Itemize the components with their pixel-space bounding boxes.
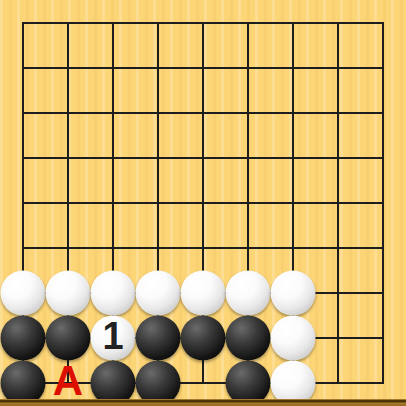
white-stone bbox=[46, 271, 91, 316]
black-stone bbox=[181, 316, 226, 361]
black-stone bbox=[46, 316, 91, 361]
black-stone bbox=[226, 316, 271, 361]
black-stone bbox=[136, 316, 181, 361]
grid-vline bbox=[337, 22, 339, 384]
grid-hline bbox=[22, 247, 384, 249]
white-stone bbox=[136, 271, 181, 316]
go-board-diagram: 1A bbox=[0, 0, 406, 406]
white-stone bbox=[181, 271, 226, 316]
black-stone bbox=[1, 316, 46, 361]
white-stone bbox=[271, 316, 316, 361]
go-board: 1A bbox=[0, 0, 406, 406]
grid-vline bbox=[382, 22, 384, 384]
point-letter-label: A bbox=[53, 360, 83, 402]
white-stone bbox=[226, 271, 271, 316]
white-stone bbox=[1, 271, 46, 316]
move-number-label: 1 bbox=[102, 317, 123, 355]
board-bottom-edge bbox=[0, 399, 406, 406]
white-stone bbox=[271, 271, 316, 316]
white-stone bbox=[91, 271, 136, 316]
